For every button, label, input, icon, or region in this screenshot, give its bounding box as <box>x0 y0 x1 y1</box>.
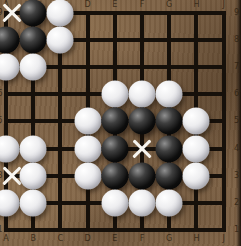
column-label-top: G <box>166 1 172 9</box>
grid-line-horizontal <box>4 228 226 232</box>
white-stone <box>183 108 210 135</box>
black-stone <box>129 162 156 189</box>
white-stone <box>74 162 101 189</box>
column-label-bottom: G <box>166 235 172 243</box>
black-stone <box>20 0 47 26</box>
column-label-bottom: E <box>112 235 117 243</box>
row-label-right: 8 <box>234 36 239 44</box>
white-stone <box>47 26 74 53</box>
column-label-bottom: B <box>30 235 36 243</box>
row-label-left: 6 <box>0 90 3 98</box>
white-stone <box>0 135 20 162</box>
column-label-top: H <box>193 1 199 9</box>
column-label-top: J <box>222 1 224 9</box>
column-label-bottom: F <box>140 235 145 243</box>
column-label-top: F <box>140 1 145 9</box>
white-stone <box>156 189 183 216</box>
white-stone <box>74 135 101 162</box>
white-stone <box>129 81 156 108</box>
row-label-right: 4 <box>234 145 239 153</box>
column-label-bottom: J <box>222 235 224 243</box>
white-stone <box>20 53 47 80</box>
black-stone <box>129 108 156 135</box>
column-label-bottom: A <box>3 235 8 243</box>
row-label-right: 9 <box>234 9 239 17</box>
grid-line-vertical <box>222 11 226 233</box>
column-label-bottom: C <box>58 235 64 243</box>
row-label-right: 1 <box>234 226 239 234</box>
row-label-right: 3 <box>234 172 239 180</box>
column-label-bottom: D <box>85 235 91 243</box>
row-label-right: 2 <box>234 199 239 207</box>
row-label-left: 1 <box>0 226 3 234</box>
black-stone <box>101 108 128 135</box>
black-stone <box>0 26 20 53</box>
white-stone <box>183 162 210 189</box>
column-label-top: E <box>112 1 117 9</box>
white-stone <box>20 189 47 216</box>
white-stone <box>129 189 156 216</box>
white-stone <box>0 53 20 80</box>
black-stone <box>156 162 183 189</box>
column-label-bottom: H <box>193 235 199 243</box>
black-stone <box>20 26 47 53</box>
black-stone <box>156 108 183 135</box>
row-label-right: 5 <box>234 117 239 125</box>
go-board[interactable]: AA99BB88CC77DD66EE55FF44GG33HH22JJ11 <box>0 0 241 246</box>
row-label-right: 7 <box>234 63 239 71</box>
black-stone <box>156 135 183 162</box>
white-stone <box>20 135 47 162</box>
white-stone <box>47 0 74 26</box>
black-stone <box>101 162 128 189</box>
white-stone <box>156 81 183 108</box>
white-stone <box>20 162 47 189</box>
row-label-right: 6 <box>234 90 239 98</box>
black-stone <box>101 135 128 162</box>
white-stone <box>0 189 20 216</box>
row-label-left: 5 <box>0 117 3 125</box>
column-label-top: D <box>85 1 91 9</box>
white-stone <box>101 189 128 216</box>
white-stone <box>74 108 101 135</box>
white-stone <box>183 135 210 162</box>
x-mark <box>129 136 155 162</box>
white-stone <box>101 81 128 108</box>
